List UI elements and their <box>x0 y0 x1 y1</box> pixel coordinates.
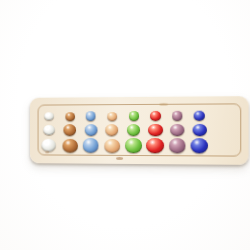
photo-scene <box>0 0 250 250</box>
button-mauve-large <box>169 138 186 153</box>
button-peach-small <box>107 112 117 121</box>
button-peach-medium <box>106 124 119 135</box>
button-cell <box>101 109 122 123</box>
button-green-medium <box>127 124 140 136</box>
button-mauve-small <box>172 111 183 121</box>
button-red-large <box>146 138 164 154</box>
button-amber-small <box>65 112 75 121</box>
button-clear-small <box>44 112 53 120</box>
button-cell <box>39 123 60 137</box>
button-cell <box>123 109 145 123</box>
button-cell <box>188 123 210 137</box>
button-mauve-medium <box>170 124 184 136</box>
button-red-medium <box>148 124 163 137</box>
button-green-small <box>129 111 139 120</box>
button-cell <box>188 137 210 154</box>
button-cell <box>101 123 122 137</box>
button-cell <box>123 137 145 154</box>
button-cell <box>144 137 166 154</box>
button-amber-large <box>62 138 77 152</box>
button-light-blue-medium <box>84 124 97 136</box>
button-amber-medium <box>63 124 76 135</box>
button-cell <box>80 137 101 154</box>
button-cobalt-medium <box>192 124 207 137</box>
button-cobalt-small <box>194 111 205 121</box>
button-red-small <box>150 111 161 121</box>
card-stain <box>159 103 168 106</box>
button-cell <box>101 137 122 154</box>
button-clear-large <box>42 139 57 152</box>
button-cell <box>59 137 80 154</box>
button-cell <box>144 109 166 123</box>
button-light-blue-small <box>86 112 96 121</box>
button-cell <box>166 123 188 137</box>
button-cell <box>188 109 210 123</box>
button-clear-medium <box>43 125 55 136</box>
button-sample-card <box>30 96 249 165</box>
button-peach-large <box>104 138 120 152</box>
button-cell <box>39 109 60 123</box>
button-cell <box>80 109 101 123</box>
button-cell <box>166 109 188 123</box>
button-green-large <box>125 138 141 152</box>
button-cell <box>59 109 80 123</box>
button-cell <box>166 137 188 154</box>
button-light-blue-large <box>83 138 99 152</box>
button-cell <box>39 137 60 154</box>
card-stain <box>116 157 123 160</box>
button-cobalt-large <box>190 138 208 154</box>
button-cell <box>59 123 80 137</box>
button-cell <box>80 123 101 137</box>
button-cell <box>144 123 166 137</box>
button-cell <box>123 123 145 137</box>
button-grid <box>39 109 211 155</box>
